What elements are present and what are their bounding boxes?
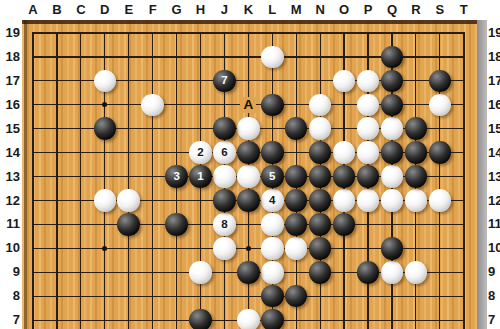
column-label-H: H xyxy=(193,3,209,17)
row-label-left-13: 13 xyxy=(1,170,20,184)
white-stone xyxy=(213,165,236,188)
black-stone xyxy=(381,70,404,93)
column-label-T: T xyxy=(456,3,472,17)
white-stone xyxy=(381,117,404,140)
star-point xyxy=(102,246,107,251)
white-stone xyxy=(237,117,260,140)
black-stone xyxy=(285,213,308,236)
black-stone xyxy=(309,141,332,164)
row-label-left-19: 19 xyxy=(1,26,20,40)
white-stone xyxy=(381,189,404,212)
black-stone xyxy=(333,165,356,188)
row-label-right-7: 7 xyxy=(488,313,500,327)
column-label-B: B xyxy=(49,3,65,17)
black-stone xyxy=(94,117,117,140)
column-label-A: A xyxy=(25,3,41,17)
black-stone-move-7: 7 xyxy=(213,70,236,93)
black-stone xyxy=(117,213,140,236)
column-label-G: G xyxy=(169,3,185,17)
row-label-left-7: 7 xyxy=(1,313,20,327)
column-label-F: F xyxy=(145,3,161,17)
point-label-A: A xyxy=(240,97,256,113)
white-stone xyxy=(429,94,452,117)
white-stone-move-4: 4 xyxy=(261,189,284,212)
grid-vline xyxy=(128,32,129,329)
column-label-N: N xyxy=(312,3,328,17)
black-stone xyxy=(285,285,308,308)
black-stone xyxy=(429,70,452,93)
white-stone xyxy=(381,165,404,188)
row-label-right-10: 10 xyxy=(488,241,500,255)
white-stone xyxy=(213,237,236,260)
white-stone xyxy=(94,70,117,93)
move-number: 4 xyxy=(269,195,275,207)
row-label-left-14: 14 xyxy=(1,146,20,160)
black-stone xyxy=(309,237,332,260)
column-label-S: S xyxy=(432,3,448,17)
move-number: 2 xyxy=(197,147,203,159)
white-stone xyxy=(429,189,452,212)
black-stone xyxy=(213,117,236,140)
white-stone xyxy=(117,189,140,212)
go-diagram: A26487315ABCDEFGHJKLMNOPQRST191918181717… xyxy=(0,0,500,329)
white-stone xyxy=(357,189,380,212)
row-label-right-13: 13 xyxy=(488,170,500,184)
black-stone xyxy=(189,309,212,329)
row-label-left-8: 8 xyxy=(1,289,20,303)
white-stone xyxy=(309,117,332,140)
black-stone xyxy=(213,189,236,212)
black-stone xyxy=(381,94,404,117)
row-label-left-16: 16 xyxy=(1,98,20,112)
white-stone xyxy=(309,94,332,117)
black-stone xyxy=(285,165,308,188)
white-stone xyxy=(357,141,380,164)
black-stone xyxy=(237,261,260,284)
column-label-L: L xyxy=(264,3,280,17)
row-label-left-9: 9 xyxy=(1,265,20,279)
black-stone-move-5: 5 xyxy=(261,165,284,188)
row-label-left-12: 12 xyxy=(1,194,20,208)
board-layer: A26487315ABCDEFGHJKLMNOPQRST191918181717… xyxy=(0,0,500,329)
white-stone xyxy=(189,261,212,284)
row-label-right-12: 12 xyxy=(488,194,500,208)
column-label-M: M xyxy=(288,3,304,17)
row-label-right-14: 14 xyxy=(488,146,500,160)
white-stone xyxy=(261,237,284,260)
move-number: 5 xyxy=(269,171,275,183)
column-label-R: R xyxy=(408,3,424,17)
white-stone-move-2: 2 xyxy=(189,141,212,164)
column-label-K: K xyxy=(240,3,256,17)
row-label-right-8: 8 xyxy=(488,289,500,303)
row-label-right-19: 19 xyxy=(488,26,500,40)
black-stone xyxy=(285,189,308,212)
move-number: 1 xyxy=(197,171,203,183)
white-stone-move-6: 6 xyxy=(213,141,236,164)
white-stone xyxy=(285,237,308,260)
column-label-D: D xyxy=(97,3,113,17)
star-point xyxy=(102,102,107,107)
move-number: 7 xyxy=(221,75,227,87)
black-stone xyxy=(261,141,284,164)
white-stone xyxy=(237,309,260,329)
black-stone xyxy=(309,213,332,236)
row-label-right-17: 17 xyxy=(488,74,500,88)
grid-vline xyxy=(56,32,57,329)
white-stone xyxy=(94,189,117,212)
white-stone xyxy=(261,261,284,284)
row-label-left-15: 15 xyxy=(1,122,20,136)
black-stone xyxy=(261,285,284,308)
black-stone-move-1: 1 xyxy=(189,165,212,188)
black-stone xyxy=(405,141,428,164)
row-label-left-10: 10 xyxy=(1,241,20,255)
row-label-right-15: 15 xyxy=(488,122,500,136)
row-label-left-17: 17 xyxy=(1,74,20,88)
white-stone xyxy=(237,165,260,188)
black-stone xyxy=(381,46,404,69)
row-label-left-11: 11 xyxy=(1,217,20,231)
white-stone xyxy=(141,94,164,117)
white-stone xyxy=(333,189,356,212)
white-stone xyxy=(357,117,380,140)
black-stone xyxy=(381,237,404,260)
column-label-E: E xyxy=(121,3,137,17)
black-stone xyxy=(285,117,308,140)
column-label-J: J xyxy=(216,3,232,17)
black-stone xyxy=(333,213,356,236)
star-point xyxy=(246,246,251,251)
black-stone xyxy=(381,141,404,164)
row-label-right-11: 11 xyxy=(488,217,500,231)
black-stone xyxy=(405,165,428,188)
black-stone xyxy=(237,141,260,164)
row-label-right-9: 9 xyxy=(488,265,500,279)
row-label-right-18: 18 xyxy=(488,50,500,64)
black-stone xyxy=(165,213,188,236)
white-stone xyxy=(405,261,428,284)
black-stone xyxy=(309,165,332,188)
move-number: 6 xyxy=(221,147,227,159)
black-stone xyxy=(357,261,380,284)
column-label-C: C xyxy=(73,3,89,17)
grid-vline xyxy=(463,32,465,329)
black-stone xyxy=(309,189,332,212)
grid-vline xyxy=(32,32,34,329)
black-stone xyxy=(261,309,284,329)
column-label-Q: Q xyxy=(384,3,400,17)
column-label-P: P xyxy=(360,3,376,17)
white-stone xyxy=(357,70,380,93)
white-stone xyxy=(405,189,428,212)
row-label-right-16: 16 xyxy=(488,98,500,112)
black-stone xyxy=(237,189,260,212)
column-label-O: O xyxy=(336,3,352,17)
white-stone xyxy=(261,213,284,236)
black-stone xyxy=(405,117,428,140)
white-stone xyxy=(261,46,284,69)
white-stone xyxy=(333,70,356,93)
row-label-left-18: 18 xyxy=(1,50,20,64)
black-stone xyxy=(261,94,284,117)
white-stone xyxy=(381,261,404,284)
black-stone-move-3: 3 xyxy=(165,165,188,188)
black-stone xyxy=(429,141,452,164)
white-stone xyxy=(333,141,356,164)
white-stone xyxy=(357,94,380,117)
grid-vline xyxy=(152,32,153,329)
white-stone-move-8: 8 xyxy=(213,213,236,236)
move-number: 8 xyxy=(221,219,227,231)
black-stone xyxy=(357,165,380,188)
move-number: 3 xyxy=(173,171,179,183)
grid-vline xyxy=(80,32,81,329)
black-stone xyxy=(309,261,332,284)
